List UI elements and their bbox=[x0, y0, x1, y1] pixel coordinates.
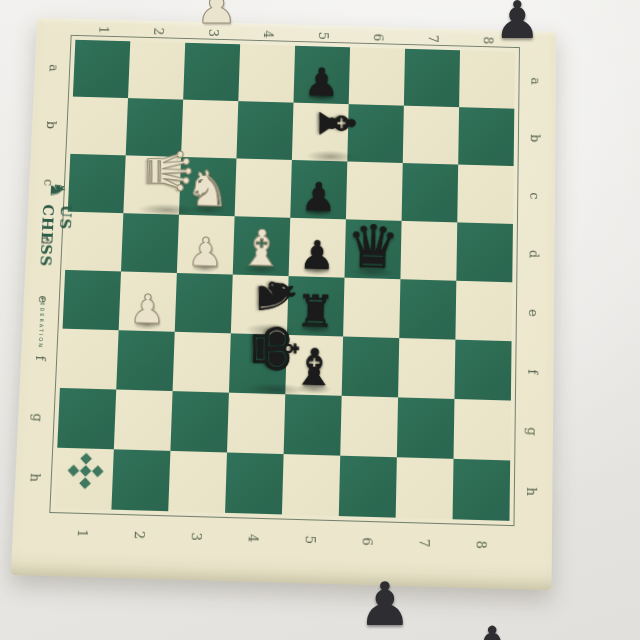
square-c1[interactable] bbox=[68, 154, 126, 213]
file-label-right-a: a bbox=[528, 77, 543, 85]
vinyl-chess-mat: ♟♝♟♟♛♞♜♚♝♛♞♟♝♟ ♞ US CHESS FEDERATION 11a… bbox=[11, 18, 557, 591]
file-label-right-e: e bbox=[525, 308, 540, 316]
square-g3[interactable] bbox=[170, 391, 229, 452]
white-pawn-e2[interactable]: ♟ bbox=[119, 288, 177, 329]
square-b1[interactable] bbox=[70, 97, 128, 156]
square-b7[interactable] bbox=[403, 106, 459, 165]
file-label-right-b: b bbox=[527, 134, 542, 143]
square-g7[interactable] bbox=[397, 397, 455, 458]
square-a8[interactable] bbox=[459, 50, 515, 108]
square-a3[interactable] bbox=[183, 43, 240, 101]
square-g4[interactable] bbox=[227, 393, 285, 454]
uschess-logo-title: US CHESS bbox=[35, 204, 75, 292]
square-h6[interactable] bbox=[339, 456, 397, 518]
square-h8[interactable] bbox=[453, 459, 511, 521]
file-label-right-h: h bbox=[523, 487, 538, 496]
black-pawn-bottom-edge[interactable]: ♟ bbox=[358, 574, 412, 634]
square-b8[interactable] bbox=[458, 107, 514, 166]
square-d8[interactable] bbox=[456, 222, 513, 282]
rank-label-bottom-8: 8 bbox=[473, 540, 488, 549]
square-f1[interactable] bbox=[60, 329, 119, 390]
fallen-black-bishop-b5[interactable]: ♝ bbox=[311, 96, 361, 151]
square-a7[interactable] bbox=[404, 49, 460, 107]
file-label-right-g: g bbox=[524, 427, 539, 436]
rank-label-bottom-4: 4 bbox=[245, 534, 261, 543]
square-g8[interactable] bbox=[454, 399, 511, 460]
rank-label-top-5: 5 bbox=[315, 32, 330, 40]
square-f8[interactable] bbox=[454, 340, 511, 401]
square-g6[interactable] bbox=[340, 396, 398, 457]
file-label-right-c: c bbox=[527, 192, 542, 200]
square-g1[interactable] bbox=[57, 388, 116, 449]
square-f2[interactable] bbox=[116, 330, 174, 391]
white-pawn-d3[interactable]: ♟ bbox=[177, 231, 234, 272]
rank-label-top-2: 2 bbox=[151, 27, 166, 35]
rank-label-bottom-1: 1 bbox=[74, 529, 90, 538]
square-h3[interactable] bbox=[168, 451, 227, 513]
rank-label-top-1: 1 bbox=[96, 26, 111, 34]
black-pawn-c5[interactable]: ♟ bbox=[290, 177, 347, 218]
rank-label-top-6: 6 bbox=[370, 33, 385, 41]
black-queen-d6[interactable]: ♛ bbox=[345, 216, 402, 277]
square-g2[interactable] bbox=[114, 390, 173, 451]
file-label-left-b: b bbox=[43, 120, 58, 128]
square-a1[interactable] bbox=[73, 40, 130, 98]
square-h4[interactable] bbox=[225, 452, 284, 514]
square-h7[interactable] bbox=[396, 457, 454, 519]
black-bishop-f5[interactable]: ♝ bbox=[285, 342, 343, 394]
square-f3[interactable] bbox=[173, 332, 231, 393]
square-g5[interactable] bbox=[284, 394, 342, 455]
file-label-left-h: h bbox=[27, 473, 43, 482]
file-label-left-g: g bbox=[30, 413, 46, 422]
rank-label-bottom-3: 3 bbox=[188, 532, 204, 541]
photo-scene: ♟♝♟♟♛♞♜♚♝♛♞♟♝♟ ♞ US CHESS FEDERATION 11a… bbox=[0, 0, 640, 640]
square-c4[interactable] bbox=[235, 158, 292, 217]
square-c8[interactable] bbox=[457, 165, 513, 224]
rank-label-top-4: 4 bbox=[260, 30, 275, 38]
black-piece-bottom-right[interactable]: ♟ bbox=[468, 620, 516, 640]
white-knight-c3[interactable]: ♞ bbox=[179, 164, 236, 215]
square-f6[interactable] bbox=[342, 336, 400, 397]
square-a2[interactable] bbox=[128, 41, 185, 99]
square-c7[interactable] bbox=[402, 163, 459, 222]
file-label-left-e: e bbox=[35, 295, 50, 303]
square-e7[interactable] bbox=[399, 279, 456, 339]
file-label-right-f: f bbox=[525, 369, 540, 374]
square-h2[interactable] bbox=[111, 449, 170, 511]
uschess-logo-subtitle: FEDERATION bbox=[38, 297, 46, 349]
square-e8[interactable] bbox=[455, 281, 512, 341]
rank-label-bottom-5: 5 bbox=[302, 535, 317, 544]
square-d2[interactable] bbox=[121, 213, 179, 273]
square-d7[interactable] bbox=[400, 221, 457, 281]
square-b4[interactable] bbox=[236, 101, 293, 160]
file-label-left-f: f bbox=[33, 355, 48, 360]
square-h5[interactable] bbox=[282, 454, 340, 516]
white-piece-top-edge[interactable]: ♟ bbox=[196, 0, 237, 30]
rank-label-bottom-6: 6 bbox=[359, 537, 374, 546]
rank-label-bottom-2: 2 bbox=[131, 531, 147, 540]
rank-label-top-7: 7 bbox=[425, 35, 440, 43]
white-bishop-d4[interactable]: ♝ bbox=[233, 223, 290, 274]
black-pawn-top-edge[interactable]: ♟ bbox=[494, 0, 541, 46]
square-f7[interactable] bbox=[398, 338, 455, 399]
file-label-left-d: d bbox=[38, 236, 53, 245]
square-e6[interactable] bbox=[343, 278, 400, 338]
file-label-left-c: c bbox=[41, 178, 56, 186]
rank-label-bottom-7: 7 bbox=[416, 539, 431, 548]
square-a4[interactable] bbox=[238, 44, 295, 102]
rank-label-top-8: 8 bbox=[480, 36, 495, 44]
file-label-left-a: a bbox=[46, 64, 61, 72]
uschess-corner-diamond-logo bbox=[63, 449, 107, 493]
file-label-right-d: d bbox=[526, 249, 541, 258]
square-e3[interactable] bbox=[175, 273, 233, 333]
